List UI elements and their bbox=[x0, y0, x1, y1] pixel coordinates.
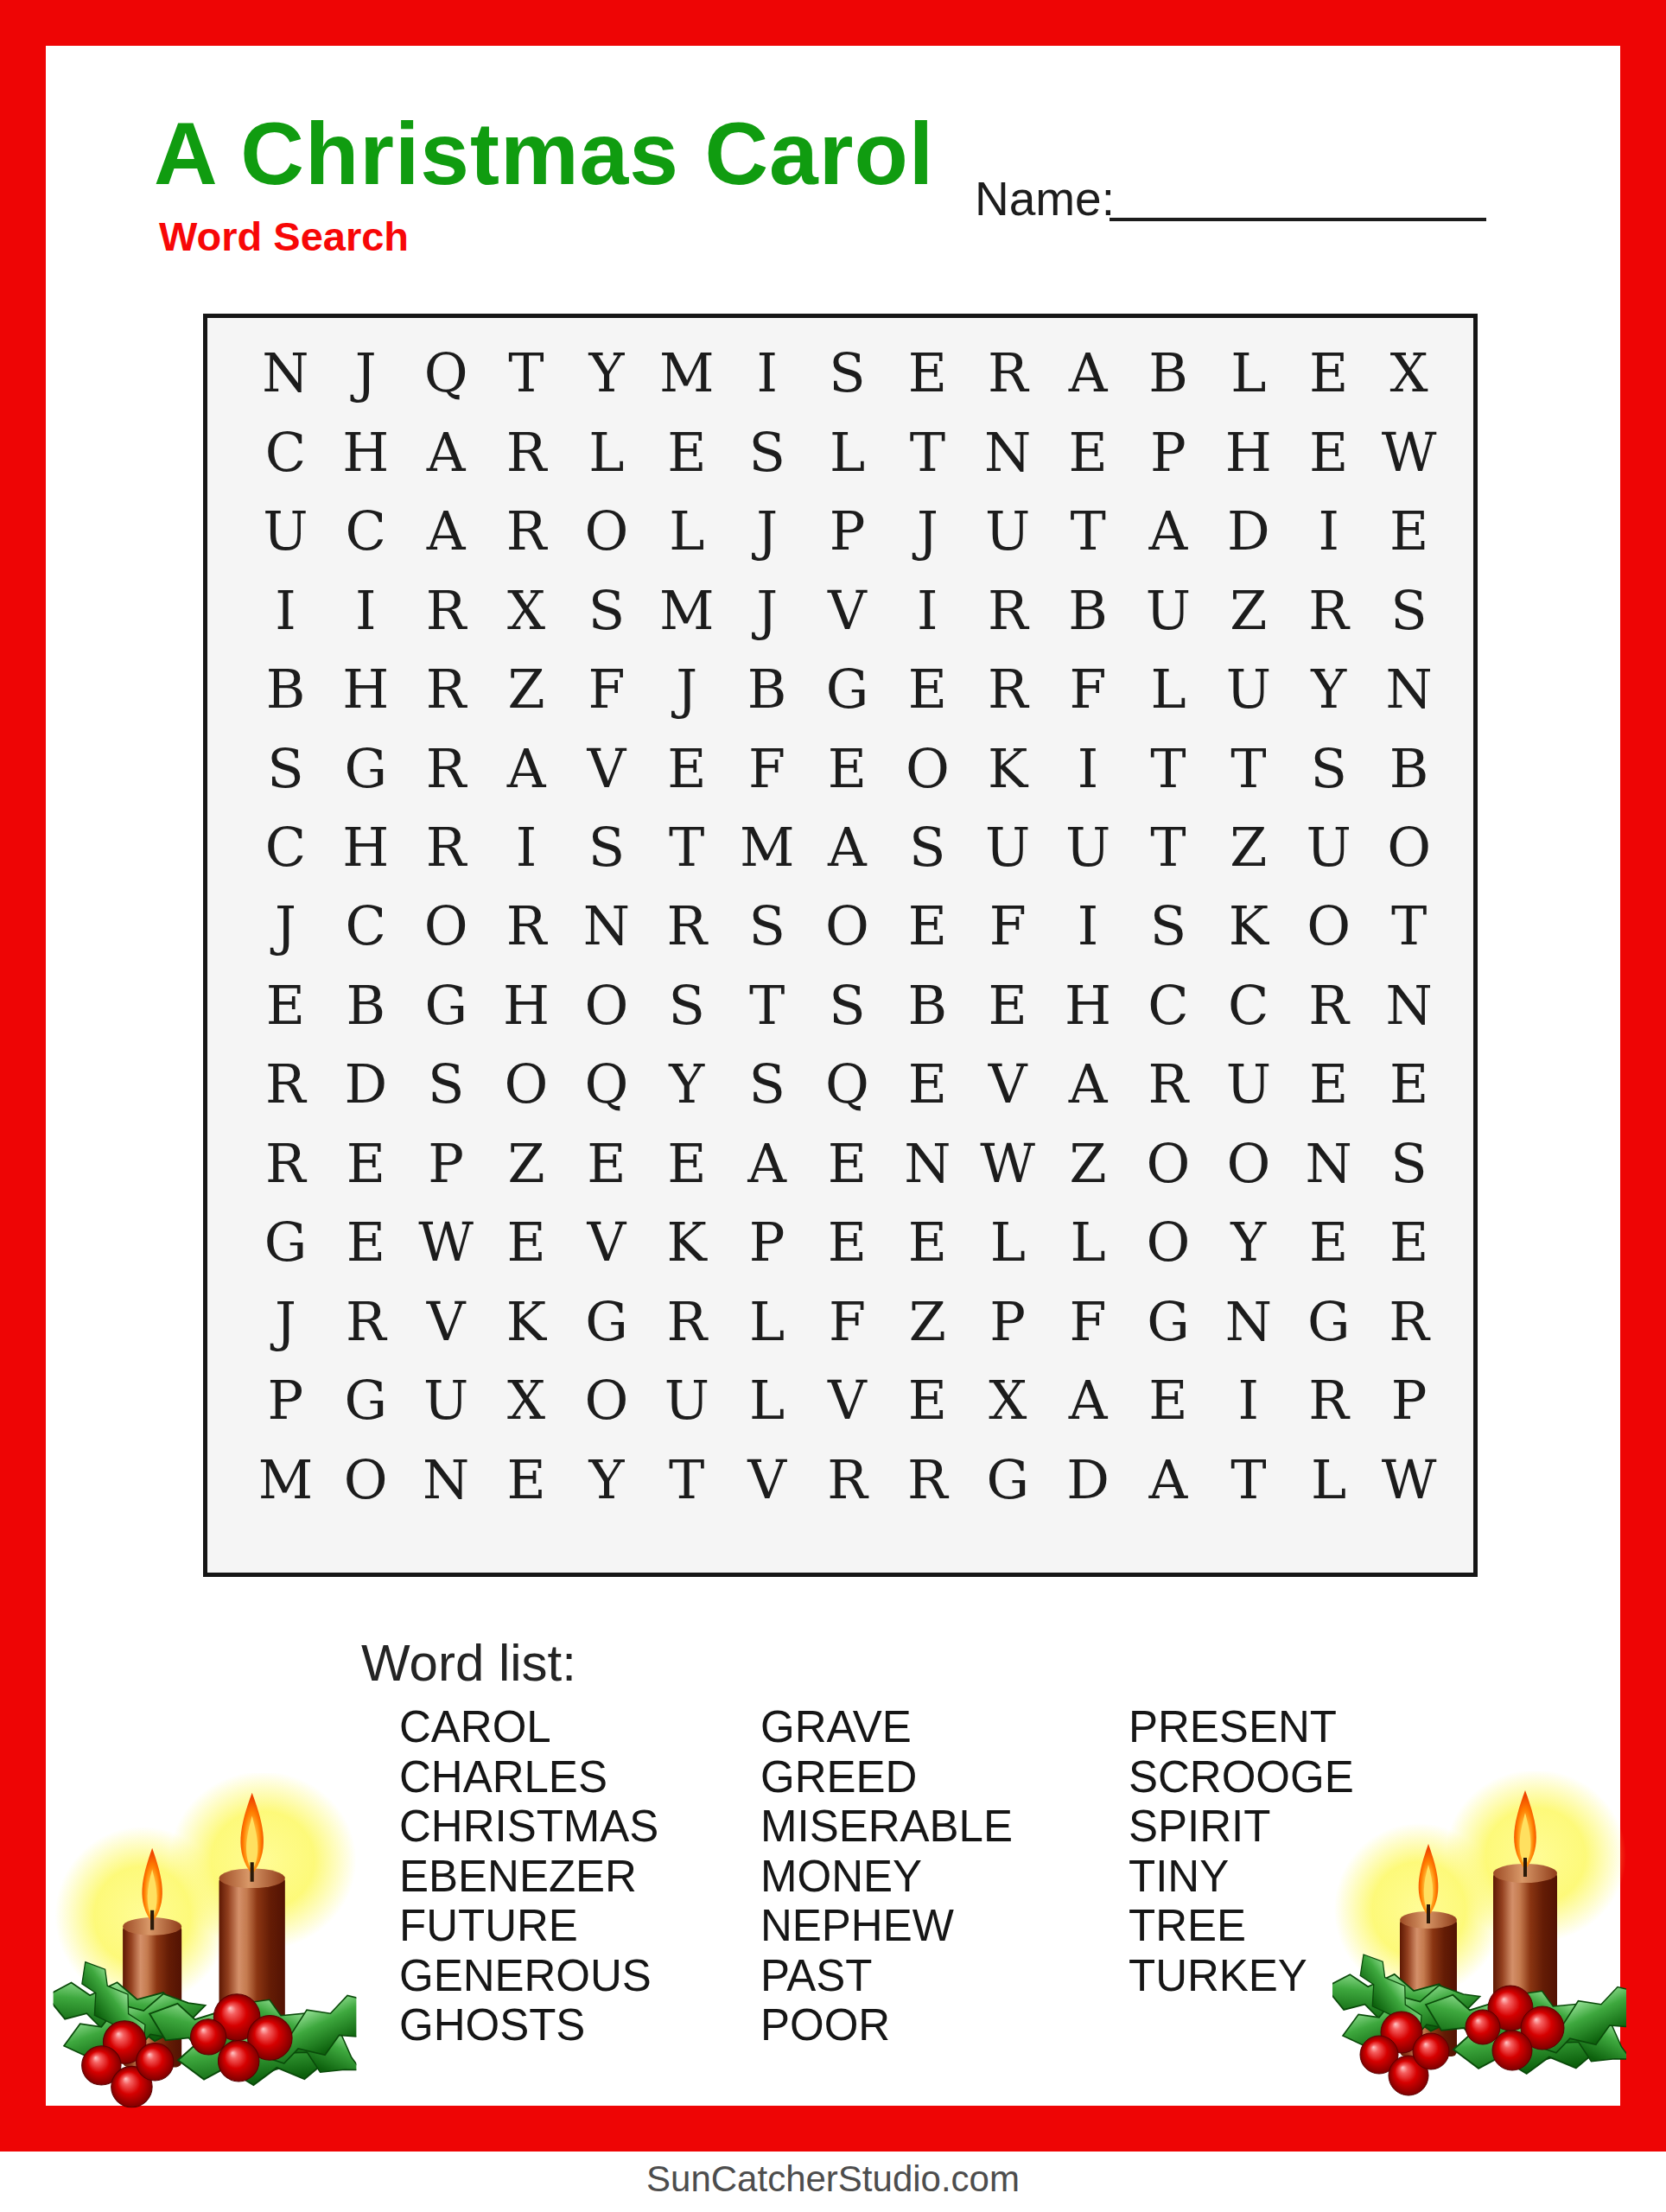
grid-cell[interactable]: L bbox=[646, 492, 727, 570]
grid-cell[interactable]: E bbox=[326, 1124, 406, 1203]
grid-cell[interactable]: R bbox=[968, 570, 1048, 649]
word-list-item: CAROL bbox=[399, 1702, 658, 1752]
grid-cell[interactable]: O bbox=[566, 1361, 646, 1440]
grid-cell[interactable]: T bbox=[646, 808, 727, 887]
grid-cell[interactable]: F bbox=[727, 728, 807, 807]
grid-cell[interactable]: M bbox=[727, 808, 807, 887]
grid-cell[interactable]: O bbox=[887, 728, 968, 807]
word-list-item: FUTURE bbox=[399, 1901, 658, 1951]
grid-cell[interactable]: V bbox=[807, 570, 887, 649]
grid-cell[interactable]: S bbox=[1369, 570, 1449, 649]
word-list-item: TREE bbox=[1129, 1901, 1354, 1951]
grid-cell[interactable]: R bbox=[1288, 1361, 1369, 1440]
grid-cell[interactable]: G bbox=[968, 1440, 1048, 1519]
grid-cell[interactable]: T bbox=[646, 1440, 727, 1519]
grid-cell[interactable]: V bbox=[807, 1361, 887, 1440]
grid-cell[interactable]: N bbox=[1288, 1124, 1369, 1203]
grid-cell[interactable]: B bbox=[727, 650, 807, 728]
word-list-item: GENEROUS bbox=[399, 1951, 658, 2001]
grid-cell[interactable]: I bbox=[1048, 728, 1129, 807]
grid-cell[interactable]: R bbox=[1288, 966, 1369, 1045]
grid-cell[interactable]: R bbox=[968, 334, 1048, 412]
grid-cell[interactable]: R bbox=[406, 728, 486, 807]
grid-cell[interactable]: G bbox=[1288, 1282, 1369, 1361]
grid-cell[interactable]: R bbox=[968, 650, 1048, 728]
word-list-column-1: CAROLCHARLESCHRISTMASEBENEZERFUTUREGENER… bbox=[399, 1702, 658, 2050]
grid-cell[interactable]: A bbox=[406, 492, 486, 570]
grid-cell[interactable]: E bbox=[486, 1203, 567, 1281]
grid-cell[interactable]: E bbox=[807, 1203, 887, 1281]
grid-cell[interactable]: Y bbox=[566, 334, 646, 412]
grid-cell[interactable]: B bbox=[1369, 728, 1449, 807]
grid-cell[interactable]: K bbox=[646, 1203, 727, 1281]
grid-cell[interactable]: C bbox=[245, 412, 326, 491]
grid-cell[interactable]: A bbox=[807, 808, 887, 887]
grid-cell[interactable]: O bbox=[406, 887, 486, 965]
grid-cell[interactable]: T bbox=[887, 412, 968, 491]
grid-cell[interactable]: X bbox=[968, 1361, 1048, 1440]
grid-cell[interactable]: I bbox=[1208, 1361, 1288, 1440]
candles-holly-art-left bbox=[43, 1773, 366, 2112]
grid-cell[interactable]: V bbox=[566, 728, 646, 807]
footer-credit: SunCatcherStudio.com bbox=[0, 2153, 1666, 2212]
grid-cell[interactable]: O bbox=[326, 1440, 406, 1519]
grid-cell[interactable]: S bbox=[1288, 728, 1369, 807]
grid-cell[interactable]: B bbox=[326, 966, 406, 1045]
grid-cell[interactable]: D bbox=[326, 1045, 406, 1123]
grid-cell[interactable]: U bbox=[1129, 570, 1209, 649]
grid-cell[interactable]: S bbox=[727, 1045, 807, 1123]
grid-cell[interactable]: R bbox=[807, 1440, 887, 1519]
grid-cell[interactable]: R bbox=[646, 887, 727, 965]
grid-cell[interactable]: A bbox=[1129, 492, 1209, 570]
grid-cell[interactable]: S bbox=[646, 966, 727, 1045]
name-input-line[interactable] bbox=[1110, 218, 1486, 221]
grid-cell[interactable]: E bbox=[1288, 1203, 1369, 1281]
grid-cell[interactable]: I bbox=[486, 808, 567, 887]
grid-cell[interactable]: Z bbox=[486, 650, 567, 728]
grid-cell[interactable]: L bbox=[1288, 1440, 1369, 1519]
word-list-item: EBENEZER bbox=[399, 1852, 658, 1902]
word-list-item: NEPHEW bbox=[760, 1901, 1013, 1951]
word-list-column-3: PRESENTSCROOGESPIRITTINYTREETURKEY bbox=[1129, 1702, 1354, 2000]
grid-cell[interactable]: O bbox=[1129, 1124, 1209, 1203]
grid-cell[interactable]: Z bbox=[1208, 808, 1288, 887]
grid-cell[interactable]: I bbox=[326, 570, 406, 649]
grid-cell[interactable]: O bbox=[807, 887, 887, 965]
grid-cell[interactable]: D bbox=[1208, 492, 1288, 570]
grid-cell[interactable]: G bbox=[326, 728, 406, 807]
grid-cell[interactable]: T bbox=[1129, 808, 1209, 887]
grid-cell[interactable]: R bbox=[1129, 1045, 1209, 1123]
grid-cell[interactable]: O bbox=[1369, 808, 1449, 887]
word-list-item: MONEY bbox=[760, 1852, 1013, 1902]
grid-cell[interactable]: Z bbox=[486, 1124, 567, 1203]
grid-cell[interactable]: R bbox=[1369, 1282, 1449, 1361]
grid-cell[interactable]: E bbox=[326, 1203, 406, 1281]
grid-cell[interactable]: B bbox=[245, 650, 326, 728]
word-list-column-2: GRAVEGREEDMISERABLEMONEYNEPHEWPASTPOOR bbox=[760, 1702, 1013, 2050]
grid-cell[interactable]: J bbox=[326, 334, 406, 412]
grid-cell[interactable]: R bbox=[887, 1440, 968, 1519]
grid-cell[interactable]: C bbox=[1129, 966, 1209, 1045]
grid-cell[interactable]: R bbox=[326, 1282, 406, 1361]
grid-cell[interactable]: H bbox=[326, 650, 406, 728]
grid-cell[interactable]: H bbox=[326, 808, 406, 887]
grid-cell[interactable]: A bbox=[486, 728, 567, 807]
grid-cell[interactable]: Q bbox=[566, 1045, 646, 1123]
grid-cell[interactable]: H bbox=[1208, 412, 1288, 491]
grid-cell[interactable]: T bbox=[1369, 887, 1449, 965]
word-list-item: POOR bbox=[760, 2000, 1013, 2050]
grid-cell[interactable]: N bbox=[406, 1440, 486, 1519]
grid-cell[interactable]: J bbox=[727, 570, 807, 649]
grid-cell[interactable]: P bbox=[807, 492, 887, 570]
grid-cell[interactable]: R bbox=[245, 1045, 326, 1123]
grid-cell[interactable]: H bbox=[326, 412, 406, 491]
grid-cell[interactable]: L bbox=[727, 1282, 807, 1361]
grid-cell[interactable]: L bbox=[807, 412, 887, 491]
grid-cell[interactable]: U bbox=[1208, 1045, 1288, 1123]
word-search-grid: NJQTYMISERABLEXCHARLESLTNEPHEWUCAROLJPJU… bbox=[207, 318, 1473, 1573]
grid-cell[interactable]: X bbox=[486, 570, 567, 649]
grid-cell[interactable]: E bbox=[1129, 1361, 1209, 1440]
word-list-item: CHARLES bbox=[399, 1752, 658, 1802]
grid-cell[interactable]: E bbox=[887, 1203, 968, 1281]
grid-cell[interactable]: N bbox=[1369, 966, 1449, 1045]
word-list-item: PRESENT bbox=[1129, 1702, 1354, 1752]
grid-cell[interactable]: A bbox=[1129, 1440, 1209, 1519]
grid-cell[interactable]: W bbox=[1369, 412, 1449, 491]
grid-cell[interactable]: N bbox=[1208, 1282, 1288, 1361]
grid-cell[interactable]: X bbox=[1369, 334, 1449, 412]
grid-cell[interactable]: F bbox=[1048, 650, 1129, 728]
grid-cell[interactable]: E bbox=[887, 887, 968, 965]
grid-cell[interactable]: L bbox=[968, 1203, 1048, 1281]
grid-cell[interactable]: U bbox=[1288, 808, 1369, 887]
grid-cell[interactable]: E bbox=[1288, 1045, 1369, 1123]
grid-cell[interactable]: A bbox=[1048, 1045, 1129, 1123]
grid-cell[interactable]: U bbox=[968, 492, 1048, 570]
grid-cell[interactable]: F bbox=[807, 1282, 887, 1361]
word-list-item: TINY bbox=[1129, 1852, 1354, 1902]
word-list-item: SCROOGE bbox=[1129, 1752, 1354, 1802]
grid-cell[interactable]: A bbox=[1048, 1361, 1129, 1440]
grid-cell[interactable]: U bbox=[1048, 808, 1129, 887]
grid-cell[interactable]: S bbox=[727, 412, 807, 491]
word-list-item: GREED bbox=[760, 1752, 1013, 1802]
grid-cell[interactable]: N bbox=[566, 887, 646, 965]
grid-cell[interactable]: S bbox=[887, 808, 968, 887]
grid-cell[interactable]: E bbox=[807, 1124, 887, 1203]
grid-cell[interactable]: H bbox=[1048, 966, 1129, 1045]
grid-cell[interactable]: Z bbox=[1208, 570, 1288, 649]
grid-cell[interactable]: E bbox=[646, 728, 727, 807]
grid-cell[interactable]: I bbox=[245, 570, 326, 649]
grid-cell[interactable]: A bbox=[1048, 334, 1129, 412]
grid-cell[interactable]: V bbox=[727, 1440, 807, 1519]
grid-cell[interactable]: E bbox=[646, 412, 727, 491]
grid-cell[interactable]: I bbox=[1048, 887, 1129, 965]
grid-cell[interactable]: B bbox=[1048, 570, 1129, 649]
grid-cell[interactable]: E bbox=[1288, 334, 1369, 412]
grid-cell[interactable]: E bbox=[968, 966, 1048, 1045]
name-label: Name: bbox=[975, 171, 1115, 226]
grid-cell[interactable]: R bbox=[486, 412, 567, 491]
grid-cell[interactable]: J bbox=[245, 1282, 326, 1361]
grid-cell[interactable]: L bbox=[1129, 650, 1209, 728]
candles-holly-art-right bbox=[1332, 1761, 1626, 2110]
grid-cell[interactable]: E bbox=[486, 1440, 567, 1519]
grid-cell[interactable]: N bbox=[1369, 650, 1449, 728]
grid-cell[interactable]: Y bbox=[646, 1045, 727, 1123]
grid-cell[interactable]: U bbox=[406, 1361, 486, 1440]
grid-cell[interactable]: Y bbox=[1288, 650, 1369, 728]
grid-cell[interactable]: L bbox=[1048, 1203, 1129, 1281]
grid-cell[interactable]: Q bbox=[406, 334, 486, 412]
grid-cell[interactable]: F bbox=[1048, 1282, 1129, 1361]
page-subtitle: Word Search bbox=[159, 213, 409, 260]
grid-cell[interactable]: E bbox=[887, 334, 968, 412]
grid-cell[interactable]: M bbox=[646, 570, 727, 649]
word-list-item: MISERABLE bbox=[760, 1802, 1013, 1852]
grid-cell[interactable]: E bbox=[887, 1045, 968, 1123]
grid-cell[interactable]: T bbox=[1129, 728, 1209, 807]
grid-cell[interactable]: U bbox=[968, 808, 1048, 887]
grid-cell[interactable]: P bbox=[245, 1361, 326, 1440]
grid-cell[interactable]: C bbox=[326, 887, 406, 965]
grid-cell[interactable]: M bbox=[245, 1440, 326, 1519]
page-title: A Christmas Carol bbox=[154, 104, 934, 205]
grid-cell[interactable]: G bbox=[245, 1203, 326, 1281]
grid-cell[interactable]: G bbox=[566, 1282, 646, 1361]
grid-cell[interactable]: G bbox=[807, 650, 887, 728]
grid-cell[interactable]: E bbox=[887, 1361, 968, 1440]
grid-cell[interactable]: I bbox=[887, 570, 968, 649]
grid-cell[interactable]: R bbox=[486, 492, 567, 570]
grid-cell[interactable]: T bbox=[1048, 492, 1129, 570]
grid-cell[interactable]: E bbox=[1288, 412, 1369, 491]
grid-cell[interactable]: J bbox=[887, 492, 968, 570]
grid-cell[interactable]: P bbox=[968, 1282, 1048, 1361]
grid-cell[interactable]: N bbox=[245, 334, 326, 412]
grid-cell[interactable]: P bbox=[406, 1124, 486, 1203]
grid-cell[interactable]: S bbox=[406, 1045, 486, 1123]
grid-cell[interactable]: E bbox=[1369, 492, 1449, 570]
grid-cell[interactable]: S bbox=[727, 887, 807, 965]
grid-cell[interactable]: E bbox=[1369, 1045, 1449, 1123]
grid-cell[interactable]: W bbox=[968, 1124, 1048, 1203]
grid-cell[interactable]: R bbox=[646, 1282, 727, 1361]
grid-cell[interactable]: B bbox=[1129, 334, 1209, 412]
grid-cell[interactable]: V bbox=[968, 1045, 1048, 1123]
grid-cell[interactable]: J bbox=[646, 650, 727, 728]
grid-cell[interactable]: G bbox=[326, 1361, 406, 1440]
grid-cell[interactable]: S bbox=[1129, 887, 1209, 965]
grid-cell[interactable]: Z bbox=[1048, 1124, 1129, 1203]
grid-cell[interactable]: G bbox=[1129, 1282, 1209, 1361]
grid-cell[interactable]: Y bbox=[1208, 1203, 1288, 1281]
grid-cell[interactable]: R bbox=[1288, 570, 1369, 649]
grid-cell[interactable]: T bbox=[1208, 728, 1288, 807]
grid-cell[interactable]: E bbox=[646, 1124, 727, 1203]
grid-cell[interactable]: P bbox=[727, 1203, 807, 1281]
grid-cell[interactable]: J bbox=[727, 492, 807, 570]
grid-cell[interactable]: O bbox=[1129, 1203, 1209, 1281]
grid-cell[interactable]: S bbox=[807, 334, 887, 412]
word-list-item: SPIRIT bbox=[1129, 1802, 1354, 1852]
grid-cell[interactable]: F bbox=[968, 887, 1048, 965]
grid-cell[interactable]: K bbox=[1208, 887, 1288, 965]
grid-cell[interactable]: X bbox=[486, 1361, 567, 1440]
grid-cell[interactable]: O bbox=[1288, 887, 1369, 965]
grid-cell[interactable]: O bbox=[1208, 1124, 1288, 1203]
grid-cell[interactable]: O bbox=[566, 492, 646, 570]
grid-cell[interactable]: A bbox=[727, 1124, 807, 1203]
grid-cell[interactable]: L bbox=[566, 412, 646, 491]
grid-cell[interactable]: S bbox=[1369, 1124, 1449, 1203]
grid-cell[interactable]: V bbox=[406, 1282, 486, 1361]
grid-cell[interactable]: C bbox=[245, 808, 326, 887]
grid-cell[interactable]: U bbox=[245, 492, 326, 570]
grid-cell[interactable]: Z bbox=[887, 1282, 968, 1361]
grid-cell[interactable]: H bbox=[486, 966, 567, 1045]
grid-cell[interactable]: O bbox=[486, 1045, 567, 1123]
grid-cell[interactable]: E bbox=[1048, 412, 1129, 491]
grid-cell[interactable]: A bbox=[406, 412, 486, 491]
grid-cell[interactable]: R bbox=[245, 1124, 326, 1203]
grid-cell[interactable]: D bbox=[1048, 1440, 1129, 1519]
grid-cell[interactable]: T bbox=[1208, 1440, 1288, 1519]
word-search-grid-box: NJQTYMISERABLEXCHARLESLTNEPHEWUCAROLJPJU… bbox=[203, 314, 1478, 1577]
grid-cell[interactable]: R bbox=[486, 887, 567, 965]
grid-cell[interactable]: E bbox=[887, 650, 968, 728]
grid-cell[interactable]: Y bbox=[566, 1440, 646, 1519]
grid-cell[interactable]: T bbox=[727, 966, 807, 1045]
grid-cell[interactable]: L bbox=[727, 1361, 807, 1440]
grid-cell[interactable]: E bbox=[807, 728, 887, 807]
grid-cell[interactable]: Q bbox=[807, 1045, 887, 1123]
grid-cell[interactable]: M bbox=[646, 334, 727, 412]
grid-cell[interactable]: R bbox=[406, 570, 486, 649]
grid-cell[interactable]: C bbox=[1208, 966, 1288, 1045]
grid-cell[interactable]: S bbox=[566, 570, 646, 649]
grid-cell[interactable]: K bbox=[486, 1282, 567, 1361]
grid-cell[interactable]: K bbox=[968, 728, 1048, 807]
grid-cell[interactable]: R bbox=[406, 808, 486, 887]
grid-cell[interactable]: F bbox=[566, 650, 646, 728]
grid-cell[interactable]: W bbox=[406, 1203, 486, 1281]
grid-cell[interactable]: I bbox=[727, 334, 807, 412]
word-list-item: CHRISTMAS bbox=[399, 1802, 658, 1852]
grid-cell[interactable]: I bbox=[1288, 492, 1369, 570]
grid-cell[interactable]: T bbox=[486, 334, 567, 412]
worksheet-page: A Christmas Carol Word Search Name: NJQT… bbox=[0, 0, 1666, 2212]
grid-cell[interactable]: S bbox=[245, 728, 326, 807]
grid-cell[interactable]: O bbox=[566, 966, 646, 1045]
grid-cell[interactable]: W bbox=[1369, 1440, 1449, 1519]
grid-cell[interactable]: G bbox=[406, 966, 486, 1045]
grid-cell[interactable]: S bbox=[566, 808, 646, 887]
grid-cell[interactable]: P bbox=[1369, 1361, 1449, 1440]
word-list-item: GRAVE bbox=[760, 1702, 1013, 1752]
grid-cell[interactable]: V bbox=[566, 1203, 646, 1281]
grid-cell[interactable]: N bbox=[887, 1124, 968, 1203]
grid-cell[interactable]: P bbox=[1129, 412, 1209, 491]
grid-cell[interactable]: R bbox=[406, 650, 486, 728]
word-list-item: GHOSTS bbox=[399, 2000, 658, 2050]
grid-cell[interactable]: S bbox=[807, 966, 887, 1045]
word-list-item: TURKEY bbox=[1129, 1951, 1354, 2001]
grid-cell[interactable]: C bbox=[326, 492, 406, 570]
grid-cell[interactable]: N bbox=[968, 412, 1048, 491]
grid-cell[interactable]: B bbox=[887, 966, 968, 1045]
grid-cell[interactable]: J bbox=[245, 887, 326, 965]
grid-cell[interactable]: E bbox=[245, 966, 326, 1045]
word-list-header: Word list: bbox=[361, 1633, 576, 1693]
grid-cell[interactable]: L bbox=[1208, 334, 1288, 412]
grid-cell[interactable]: E bbox=[566, 1124, 646, 1203]
grid-cell[interactable]: E bbox=[1369, 1203, 1449, 1281]
word-list-item: PAST bbox=[760, 1951, 1013, 2001]
grid-cell[interactable]: U bbox=[646, 1361, 727, 1440]
grid-cell[interactable]: U bbox=[1208, 650, 1288, 728]
